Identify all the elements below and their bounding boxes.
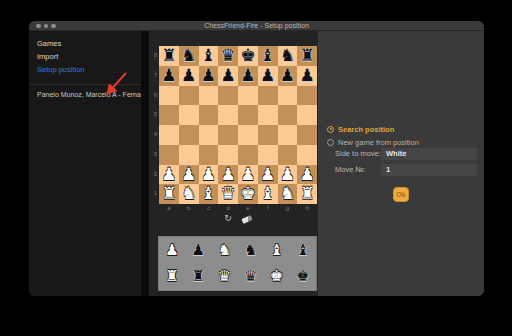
- sidebar-nav: GamesImportSetup position: [29, 31, 141, 76]
- square-c6[interactable]: [199, 86, 219, 106]
- square-d3[interactable]: [218, 145, 238, 165]
- square-e8[interactable]: ♚: [238, 46, 258, 66]
- sidebar-main-divider: [141, 31, 149, 296]
- piece-wQ[interactable]: ♛: [218, 263, 231, 291]
- square-e1[interactable]: ♚: [238, 184, 258, 204]
- piece-bP[interactable]: ♟: [300, 66, 315, 86]
- palette-wB[interactable]: ♝: [264, 237, 290, 264]
- piece-wR[interactable]: ♜: [300, 184, 315, 204]
- piece-wP[interactable]: ♟: [221, 165, 236, 185]
- piece-bP[interactable]: ♟: [221, 66, 236, 86]
- piece-wP[interactable]: ♟: [201, 165, 216, 185]
- square-f5[interactable]: [258, 105, 278, 125]
- sidebar-divider: [29, 84, 141, 85]
- square-c3[interactable]: [199, 145, 219, 165]
- piece-wB[interactable]: ♝: [260, 184, 275, 204]
- piece-bK[interactable]: ♚: [296, 263, 309, 291]
- piece-bB[interactable]: ♝: [260, 46, 275, 66]
- radio-new-game[interactable]: New game from position: [327, 137, 419, 147]
- side-to-move-label: Side to move:: [335, 148, 381, 160]
- square-b2[interactable]: ♟: [179, 165, 199, 185]
- palette-wR[interactable]: ♜: [159, 264, 185, 291]
- piece-wP[interactable]: ♟: [161, 165, 176, 185]
- sidebar-item-import[interactable]: Import: [29, 50, 141, 63]
- rank-labels: 87654321: [150, 46, 158, 204]
- move-number-field[interactable]: 1: [381, 164, 477, 176]
- square-g1[interactable]: ♞: [278, 184, 298, 204]
- piece-bR[interactable]: ♜: [161, 46, 176, 66]
- piece-bQ[interactable]: ♛: [244, 263, 257, 291]
- square-g7[interactable]: ♟: [278, 66, 298, 86]
- radio-selected-icon: [327, 126, 334, 133]
- file-label: d: [218, 205, 238, 211]
- square-d5[interactable]: [218, 105, 238, 125]
- square-h7[interactable]: ♟: [297, 66, 317, 86]
- square-d4[interactable]: [218, 125, 238, 145]
- palette-wQ[interactable]: ♛: [211, 264, 237, 291]
- radio-search-label: Search position: [338, 125, 394, 134]
- piece-bB[interactable]: ♝: [201, 46, 216, 66]
- palette-wK[interactable]: ♚: [264, 264, 290, 291]
- square-f8[interactable]: ♝: [258, 46, 278, 66]
- square-c4[interactable]: [199, 125, 219, 145]
- palette-wP[interactable]: ♟: [159, 237, 185, 264]
- square-g4[interactable]: [278, 125, 298, 145]
- sidebar-item-setup-position[interactable]: Setup position: [29, 63, 141, 76]
- square-b8[interactable]: ♞: [179, 46, 199, 66]
- square-d1[interactable]: ♛: [218, 184, 238, 204]
- piece-wK[interactable]: ♚: [270, 263, 283, 291]
- piece-bP[interactable]: ♟: [240, 66, 255, 86]
- sidebar-item-games[interactable]: Games: [29, 37, 141, 50]
- square-b4[interactable]: [179, 125, 199, 145]
- square-g6[interactable]: [278, 86, 298, 106]
- square-f4[interactable]: [258, 125, 278, 145]
- square-c7[interactable]: ♟: [199, 66, 219, 86]
- piece-bP[interactable]: ♟: [161, 66, 176, 86]
- square-e4[interactable]: [238, 125, 258, 145]
- window-title: ChessFriend-Fire - Setup position: [29, 21, 484, 31]
- reset-board-icon[interactable]: ↻: [222, 213, 234, 224]
- game-list-item[interactable]: Panelo Munoz, Marcelo A - Ferna...: [29, 89, 141, 101]
- piece-wP[interactable]: ♟: [181, 165, 196, 185]
- palette-bR[interactable]: ♜: [185, 264, 211, 291]
- square-h8[interactable]: ♜: [297, 46, 317, 66]
- piece-bN[interactable]: ♞: [244, 237, 257, 265]
- palette-bK[interactable]: ♚: [290, 264, 316, 291]
- piece-bP[interactable]: ♟: [181, 66, 196, 86]
- square-a2[interactable]: ♟: [159, 165, 179, 185]
- ok-button[interactable]: Ok: [393, 187, 409, 202]
- square-d2[interactable]: ♟: [218, 165, 238, 185]
- square-g3[interactable]: [278, 145, 298, 165]
- square-e6[interactable]: [238, 86, 258, 106]
- file-label: a: [159, 205, 179, 211]
- piece-bP[interactable]: ♟: [280, 66, 295, 86]
- piece-bN[interactable]: ♞: [181, 46, 196, 66]
- radio-newgame-label: New game from position: [338, 138, 419, 147]
- palette-bN[interactable]: ♞: [238, 237, 264, 264]
- piece-wP[interactable]: ♟: [260, 165, 275, 185]
- square-d6[interactable]: [218, 86, 238, 106]
- square-f2[interactable]: ♟: [258, 165, 278, 185]
- file-label: b: [179, 205, 199, 211]
- piece-bQ[interactable]: ♛: [221, 46, 236, 66]
- piece-wP[interactable]: ♟: [300, 165, 315, 185]
- square-g8[interactable]: ♞: [278, 46, 298, 66]
- piece-wR[interactable]: ♜: [161, 184, 176, 204]
- piece-wB[interactable]: ♝: [270, 237, 283, 265]
- square-f7[interactable]: ♟: [258, 66, 278, 86]
- square-c1[interactable]: ♝: [199, 184, 219, 204]
- piece-wP[interactable]: ♟: [165, 237, 178, 265]
- square-c2[interactable]: ♟: [199, 165, 219, 185]
- piece-wB[interactable]: ♝: [201, 184, 216, 204]
- file-label: h: [297, 205, 317, 211]
- square-b5[interactable]: [179, 105, 199, 125]
- square-b7[interactable]: ♟: [179, 66, 199, 86]
- sidebar: GamesImportSetup position Panelo Munoz, …: [29, 31, 141, 296]
- piece-bK[interactable]: ♚: [240, 46, 255, 66]
- rank-label: 6: [150, 86, 158, 106]
- piece-wP[interactable]: ♟: [240, 165, 255, 185]
- move-number-label: Move №:: [335, 164, 366, 176]
- square-g5[interactable]: [278, 105, 298, 125]
- piece-wN[interactable]: ♞: [181, 184, 196, 204]
- rank-label: 5: [150, 105, 158, 125]
- file-label: f: [258, 205, 278, 211]
- rank-label: 3: [150, 145, 158, 165]
- rank-label: 2: [150, 165, 158, 185]
- square-e2[interactable]: ♟: [238, 165, 258, 185]
- piece-bP[interactable]: ♟: [260, 66, 275, 86]
- file-label: c: [199, 205, 219, 211]
- square-f6[interactable]: [258, 86, 278, 106]
- piece-bR[interactable]: ♜: [192, 263, 205, 291]
- rank-label: 4: [150, 125, 158, 145]
- piece-wQ[interactable]: ♛: [221, 184, 236, 204]
- setup-panel: Search position New game from position S…: [318, 31, 484, 296]
- piece-wR[interactable]: ♜: [165, 263, 178, 291]
- sidebar-game-list: Panelo Munoz, Marcelo A - Ferna...: [29, 89, 141, 101]
- square-b1[interactable]: ♞: [179, 184, 199, 204]
- chess-board: ♜♞♝♛♚♝♞♜♟♟♟♟♟♟♟♟♟♟♟♟♟♟♟♟♜♞♝♛♚♝♞♜: [159, 46, 317, 204]
- piece-bN[interactable]: ♞: [280, 46, 295, 66]
- square-a5[interactable]: [159, 105, 179, 125]
- board-area: 87654321 ♜♞♝♛♚♝♞♜♟♟♟♟♟♟♟♟♟♟♟♟♟♟♟♟♜♞♝♛♚♝♞…: [149, 31, 318, 296]
- file-labels: abcdefgh: [159, 205, 317, 211]
- piece-wN[interactable]: ♞: [218, 237, 231, 265]
- piece-bP[interactable]: ♟: [201, 66, 216, 86]
- square-c5[interactable]: [199, 105, 219, 125]
- title-bar: ChessFriend-Fire - Setup position: [29, 21, 484, 31]
- square-h1[interactable]: ♜: [297, 184, 317, 204]
- rank-label: 1: [150, 184, 158, 204]
- square-a8[interactable]: ♜: [159, 46, 179, 66]
- piece-wK[interactable]: ♚: [240, 184, 255, 204]
- square-b3[interactable]: [179, 145, 199, 165]
- square-h4[interactable]: [297, 125, 317, 145]
- radio-search-position[interactable]: Search position: [327, 124, 394, 134]
- app-window: ChessFriend-Fire - Setup position GamesI…: [29, 21, 484, 296]
- square-a6[interactable]: [159, 86, 179, 106]
- square-h3[interactable]: [297, 145, 317, 165]
- square-h2[interactable]: ♟: [297, 165, 317, 185]
- palette-bQ[interactable]: ♛: [238, 264, 264, 291]
- square-d7[interactable]: ♟: [218, 66, 238, 86]
- square-a1[interactable]: ♜: [159, 184, 179, 204]
- square-b6[interactable]: [179, 86, 199, 106]
- palette-bP[interactable]: ♟: [185, 237, 211, 264]
- square-f3[interactable]: [258, 145, 278, 165]
- square-e3[interactable]: [238, 145, 258, 165]
- square-d8[interactable]: ♛: [218, 46, 238, 66]
- square-h5[interactable]: [297, 105, 317, 125]
- piece-bB[interactable]: ♝: [296, 237, 309, 265]
- piece-bP[interactable]: ♟: [192, 237, 205, 265]
- eraser-icon[interactable]: [241, 215, 252, 224]
- square-a7[interactable]: ♟: [159, 66, 179, 86]
- square-e5[interactable]: [238, 105, 258, 125]
- palette-wN[interactable]: ♞: [211, 237, 237, 264]
- rank-label: 8: [150, 46, 158, 66]
- square-a4[interactable]: [159, 125, 179, 145]
- palette-bB[interactable]: ♝: [290, 237, 316, 264]
- piece-bR[interactable]: ♜: [300, 46, 315, 66]
- square-h6[interactable]: [297, 86, 317, 106]
- piece-palette: ♟♟♞♞♝♝♜♜♛♛♚♚: [158, 236, 317, 291]
- piece-wP[interactable]: ♟: [280, 165, 295, 185]
- square-g2[interactable]: ♟: [278, 165, 298, 185]
- radio-unselected-icon: [327, 139, 334, 146]
- side-to-move-field[interactable]: White: [381, 148, 477, 160]
- rank-label: 7: [150, 66, 158, 86]
- square-e7[interactable]: ♟: [238, 66, 258, 86]
- file-label: g: [278, 205, 298, 211]
- square-c8[interactable]: ♝: [199, 46, 219, 66]
- square-a3[interactable]: [159, 145, 179, 165]
- file-label: e: [238, 205, 258, 211]
- piece-wN[interactable]: ♞: [280, 184, 295, 204]
- square-f1[interactable]: ♝: [258, 184, 278, 204]
